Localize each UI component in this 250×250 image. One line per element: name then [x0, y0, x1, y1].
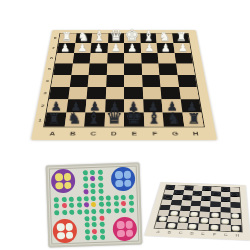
chess-square: ♝: [143, 112, 164, 126]
ludo-track-dot: [100, 228, 105, 233]
chess-square: ♝: [84, 112, 105, 126]
ludo-track-dot: [92, 222, 97, 227]
chess-square: [141, 64, 159, 75]
black-pawn-piece: ♟: [70, 100, 81, 112]
chess-square: [124, 87, 143, 100]
ludo-track-dot: [106, 202, 111, 207]
white-bishop-piece: ♝: [93, 30, 105, 44]
ludo-track-dot: [100, 235, 105, 240]
checkers-square: [198, 224, 209, 231]
ludo-home-circle: [123, 171, 131, 179]
chess-square: [89, 64, 107, 75]
white-checker-piece: [167, 223, 176, 228]
ludo-track-dot: [90, 176, 95, 181]
chess-square: ♝: [91, 34, 108, 44]
chess-square: ♟: [85, 99, 105, 112]
ludo-home-circle: [117, 229, 125, 237]
chess-square: ♚: [124, 112, 144, 126]
chess-squares-grid: ♜♞♝♛♚♝♞♜♟♟♟♟♟♟♟♟♟♟♟♟♟♟♟♟♜♞♝♛♚♝♞♜: [43, 33, 205, 127]
ludo-track-dot: [77, 209, 82, 214]
ludo-track-dot: [61, 197, 66, 202]
black-checker-piece: [231, 192, 238, 196]
black-pawn-piece: ♟: [90, 100, 101, 112]
chess-square: [55, 53, 74, 64]
chess-square: ♟: [107, 43, 124, 53]
ludo-track-dot: [99, 196, 104, 201]
chess-square: [107, 53, 124, 64]
ludo-track-dot: [100, 222, 105, 227]
ludo-track-dot: [84, 216, 89, 221]
file-label: F: [144, 129, 165, 139]
chess-square: ♟: [66, 99, 86, 112]
ludo-home-circle: [115, 179, 123, 187]
ludo-track-dot: [98, 176, 103, 181]
ludo-track-dot: [85, 222, 90, 227]
white-checker-piece: [210, 225, 218, 230]
chess-square: [179, 87, 199, 100]
checkers-file-label: E: [197, 231, 209, 237]
chess-square: ♟: [157, 43, 175, 53]
ludo-home-circle: [64, 181, 72, 189]
ludo-home-circle: [63, 173, 71, 181]
ludo-home-circle: [124, 179, 132, 187]
white-checker-piece: [179, 217, 187, 222]
black-checker-piece: [185, 186, 192, 190]
checkers-square: [187, 223, 199, 230]
white-king-piece: ♚: [125, 27, 139, 43]
chess-square: ♟: [143, 99, 163, 112]
black-bishop-piece: ♝: [87, 110, 102, 127]
ludo-track-dot: [107, 208, 112, 213]
black-checker-piece: [212, 192, 219, 196]
black-pawn-piece: ♟: [147, 100, 158, 112]
chess-square: [142, 75, 161, 87]
chess-square: [141, 53, 159, 64]
ludo-track-dot: [62, 210, 67, 215]
ludo-track-dot: [98, 169, 103, 174]
black-pawn-piece: ♟: [186, 100, 197, 112]
chess-square: [142, 87, 161, 100]
file-label: E: [124, 129, 145, 139]
checkers-squares-grid: [154, 184, 243, 232]
white-checker-piece: [189, 224, 197, 229]
ludo-track-dot: [91, 196, 96, 201]
file-label: A: [41, 129, 63, 139]
product-photo: ♜♞♝♛♚♝♞♜♟♟♟♟♟♟♟♟♟♟♟♟♟♟♟♟♜♞♝♛♚♝♞♜ ABCDEFG…: [0, 0, 250, 250]
chess-square: ♛: [108, 34, 124, 44]
ludo-board-surface: [46, 162, 143, 247]
black-rook-piece: ♜: [48, 112, 61, 127]
white-pawn-piece: ♟: [77, 42, 87, 53]
white-pawn-piece: ♟: [111, 42, 121, 53]
chess-file-labels: ABCDEFGH: [41, 129, 206, 139]
chess-square: [176, 64, 195, 75]
white-rook-piece: ♜: [176, 31, 187, 43]
chess-square: [49, 87, 69, 100]
chess-square: [88, 75, 107, 87]
chess-square: [90, 53, 108, 64]
black-checker-piece: [222, 187, 229, 191]
chess-square: ♟: [124, 43, 141, 53]
white-checker-piece: [190, 212, 198, 216]
white-pawn-piece: ♟: [128, 42, 138, 53]
chess-square: [177, 75, 197, 87]
ludo-track-dot: [99, 209, 104, 214]
chess-square: [69, 75, 88, 87]
black-king-piece: ♚: [125, 107, 142, 126]
black-checker-piece: [204, 187, 211, 191]
ludo-track-dot: [90, 170, 95, 175]
ludo-track-dot: [121, 201, 126, 206]
ludo-track-dot: [84, 209, 89, 214]
ludo-track-dot: [85, 235, 90, 240]
chess-square: [174, 53, 193, 64]
white-pawn-piece: ♟: [178, 42, 188, 53]
ludo-track-dot: [83, 176, 88, 181]
white-checker-piece: [232, 226, 240, 231]
chess-square: ♟: [173, 43, 191, 53]
black-checker-piece: [183, 196, 190, 200]
black-bishop-piece: ♝: [146, 110, 161, 127]
chess-square: [160, 87, 180, 100]
ludo-track-dot: [121, 208, 126, 213]
white-pawn-piece: ♟: [94, 42, 104, 53]
white-checker-piece: [211, 213, 219, 217]
file-label: D: [103, 129, 124, 139]
ludo-track-dot: [85, 229, 90, 234]
chess-square: ♜: [182, 112, 204, 126]
ludo-track-dot: [99, 202, 104, 207]
ludo-track-dot: [83, 170, 88, 175]
black-knight-piece: ♞: [167, 111, 181, 127]
white-checker-piece: [232, 213, 240, 218]
ludo-board: [46, 162, 143, 247]
file-label: C: [83, 129, 104, 139]
chess-square: [158, 64, 177, 75]
chess-square: [72, 53, 90, 64]
ludo-track-dot: [114, 208, 119, 213]
ludo-track-dot: [54, 210, 59, 215]
chess-square: ♟: [124, 99, 143, 112]
ludo-home-circle: [115, 171, 123, 179]
ludo-home-circle: [65, 223, 73, 231]
checkers-board-surface: ABCDEFGH: [145, 182, 250, 240]
ludo-track-dot: [84, 203, 89, 208]
black-pawn-piece: ♟: [167, 100, 178, 112]
ludo-home-circle: [55, 182, 63, 190]
ludo-home-circle: [125, 221, 133, 229]
ludo-home-circle: [125, 229, 133, 237]
chess-square: [124, 75, 142, 87]
black-checker-piece: [222, 197, 229, 201]
checkers-file-label: F: [209, 232, 221, 238]
black-rook-piece: ♜: [187, 112, 200, 127]
ludo-track-dot: [129, 208, 134, 213]
checkers-file-label: H: [231, 233, 243, 239]
white-knight-piece: ♞: [77, 30, 88, 43]
chess-square: [106, 64, 124, 75]
chess-square: ♝: [140, 34, 157, 44]
black-pawn-piece: ♟: [109, 100, 120, 112]
black-pawn-piece: ♟: [51, 100, 62, 112]
chess-square: ♞: [163, 112, 184, 126]
chess-square: ♞: [75, 34, 92, 44]
ludo-track-dot: [121, 195, 126, 200]
ludo-track-dot: [98, 183, 103, 188]
chess-square: ♜: [172, 34, 190, 44]
black-checker-piece: [167, 185, 174, 189]
checkers-file-label: G: [220, 232, 232, 238]
ludo-track-dot: [54, 204, 59, 209]
ludo-track-dot: [93, 235, 98, 240]
white-knight-piece: ♞: [159, 30, 170, 43]
black-checker-piece: [194, 191, 201, 195]
white-queen-piece: ♛: [109, 28, 123, 43]
chess-square: [158, 53, 176, 64]
checkers-file-label: D: [186, 231, 198, 237]
chess-square: ♟: [105, 99, 124, 112]
ludo-track-dot: [54, 197, 59, 202]
black-knight-piece: ♞: [67, 111, 81, 127]
ludo-track-dot: [92, 229, 97, 234]
ludo-track-dot: [91, 183, 96, 188]
checkers-board: ABCDEFGH: [145, 182, 250, 240]
checkers-square: [220, 224, 231, 231]
chess-square: ♟: [74, 43, 92, 53]
checkers-square: [209, 224, 220, 231]
chess-square: [53, 64, 72, 75]
white-checker-piece: [158, 216, 167, 221]
ludo-track-dot: [91, 189, 96, 194]
chess-square: ♟: [140, 43, 157, 53]
ludo-track-dot: [92, 215, 97, 220]
chess-board-wood-frame: ♜♞♝♛♚♝♞♜♟♟♟♟♟♟♟♟♟♟♟♟♟♟♟♟♜♞♝♛♚♝♞♜ ABCDEFG…: [31, 30, 217, 140]
checkers-square: [231, 225, 242, 232]
ludo-track-dot: [129, 201, 134, 206]
chess-square: ♟: [57, 43, 75, 53]
chess-square: ♟: [90, 43, 107, 53]
white-pawn-piece: ♟: [144, 42, 154, 53]
white-bishop-piece: ♝: [142, 30, 154, 44]
black-pawn-piece: ♟: [128, 100, 139, 112]
ludo-track-dot: [69, 210, 74, 215]
white-checker-piece: [170, 211, 178, 215]
ludo-track-dot: [114, 202, 119, 207]
chess-square: ♟: [47, 99, 68, 112]
ludo-track-dot: [69, 197, 74, 202]
white-rook-piece: ♜: [61, 31, 72, 43]
white-pawn-piece: ♟: [61, 42, 71, 53]
chess-square: [124, 64, 142, 75]
chess-square: [51, 75, 71, 87]
chess-square: ♛: [104, 112, 124, 126]
file-label: B: [62, 129, 84, 139]
ludo-track-dot: [76, 196, 81, 201]
ludo-track-dot: [84, 196, 89, 201]
ludo-track-dot: [98, 189, 103, 194]
white-checker-piece: [221, 219, 229, 224]
chess-square: [105, 87, 124, 100]
chess-square: ♜: [44, 112, 66, 126]
chess-board: ♜♞♝♛♚♝♞♜♟♟♟♟♟♟♟♟♟♟♟♟♟♟♟♟♜♞♝♛♚♝♞♜ ABCDEFG…: [31, 30, 217, 140]
black-checker-piece: [164, 195, 172, 199]
chess-square: ♚: [124, 34, 140, 44]
ludo-home-circle: [57, 232, 65, 240]
chess-square: [124, 53, 141, 64]
ludo-track-dot: [83, 183, 88, 188]
ludo-home-circle: [117, 221, 125, 229]
ludo-track-dot: [114, 195, 119, 200]
ludo-track-dot: [62, 203, 67, 208]
chess-square: [71, 64, 90, 75]
white-checker-piece: [200, 218, 208, 223]
chess-square: [106, 75, 124, 87]
ludo-track-dot: [91, 202, 96, 207]
black-checker-piece: [202, 196, 209, 200]
chess-square: ♞: [64, 112, 85, 126]
chess-square: ♟: [180, 99, 201, 112]
ludo-track-dot: [69, 203, 74, 208]
chess-square: [159, 75, 178, 87]
black-checker-piece: [175, 190, 182, 194]
white-pawn-piece: ♟: [161, 42, 171, 53]
chess-square: [68, 87, 88, 100]
ludo-track-dot: [99, 215, 104, 220]
ludo-home-circle: [55, 173, 63, 181]
ludo-home-circle: [65, 231, 73, 239]
ludo-track-dot: [92, 209, 97, 214]
file-label: G: [165, 129, 187, 139]
file-label: H: [185, 129, 207, 139]
chess-square: ♟: [161, 99, 181, 112]
ludo-track-dot: [128, 195, 133, 200]
ludo-home-circle: [57, 223, 65, 231]
ludo-track-dot: [77, 203, 82, 208]
chess-square: ♜: [59, 34, 77, 44]
chess-square: [87, 87, 106, 100]
chess-square: ♞: [156, 34, 173, 44]
ludo-track-dot: [83, 190, 88, 195]
ludo-track-dot: [106, 195, 111, 200]
